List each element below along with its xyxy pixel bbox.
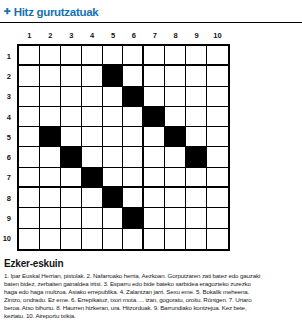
cell-r1c10[interactable] [207,46,228,66]
cell-r6c8[interactable] [165,147,186,167]
clue-line-2: baten bidez, zerbaiten gainaldea iritsi.… [4,280,298,288]
cell-r8c6[interactable] [123,188,144,208]
cell-r10c3[interactable] [61,229,82,249]
black-cell-r5c2 [40,127,61,147]
cell-r7c5[interactable] [103,168,124,188]
row-label-7: 7 [7,173,11,182]
cell-r10c6[interactable] [123,229,144,249]
clue-line-5: beroa. Atso bihurtu. 8. Haurren hizkeran… [4,304,298,312]
cell-r4c5[interactable] [103,107,124,127]
cell-r1c2[interactable] [40,46,61,66]
row-label-8: 8 [7,194,11,203]
cell-r3c2[interactable] [40,87,61,107]
cell-r3c1[interactable] [19,87,40,107]
cell-r6c2[interactable] [40,147,61,167]
cell-r4c8[interactable] [165,107,186,127]
cell-r4c10[interactable] [207,107,228,127]
cell-r8c9[interactable] [186,188,207,208]
cell-r8c2[interactable] [40,188,61,208]
cell-r5c7[interactable] [144,127,165,147]
cell-r2c4[interactable] [82,66,103,86]
cell-r4c1[interactable] [19,107,40,127]
black-cell-r2c5 [103,66,124,86]
puzzle-header: ✚ Hitz gurutzatuak [0,0,302,19]
row-label-3: 3 [7,92,11,101]
cell-r7c6[interactable] [123,168,144,188]
cell-r4c2[interactable] [40,107,61,127]
cell-r5c4[interactable] [82,127,103,147]
cell-r10c9[interactable] [186,229,207,249]
cell-r1c9[interactable] [186,46,207,66]
cell-r1c1[interactable] [19,46,40,66]
cell-r10c5[interactable] [103,229,124,249]
cell-r2c1[interactable] [19,66,40,86]
cell-r2c8[interactable] [165,66,186,86]
black-cell-r4c7 [144,107,165,127]
cell-r6c7[interactable] [144,147,165,167]
cell-r3c10[interactable] [207,87,228,107]
cell-r5c9[interactable] [186,127,207,147]
col-label-2: 2 [48,31,52,40]
col-labels: 12345678910 [17,23,302,44]
row-label-4: 4 [7,113,11,122]
col-label-5: 5 [111,31,115,40]
cell-r10c7[interactable] [144,229,165,249]
cell-r2c9[interactable] [186,66,207,86]
cell-r10c8[interactable] [165,229,186,249]
cell-r9c10[interactable] [207,208,228,228]
cell-r3c8[interactable] [165,87,186,107]
cell-r1c4[interactable] [82,46,103,66]
clue-line-6: keztatu. 10. Aireportu txikia. [4,312,298,320]
black-cell-r3c6 [123,87,144,107]
cell-r5c1[interactable] [19,127,40,147]
cell-r9c4[interactable] [82,208,103,228]
cell-r6c10[interactable] [207,147,228,167]
cell-r7c10[interactable] [207,168,228,188]
cell-r7c7[interactable] [144,168,165,188]
col-label-6: 6 [132,31,136,40]
puzzle-title: Hitz gurutzatuak [14,6,99,18]
cell-r6c4[interactable] [82,147,103,167]
cell-r6c6[interactable] [123,147,144,167]
cell-r3c5[interactable] [103,87,124,107]
cell-r9c1[interactable] [19,208,40,228]
col-label-1: 1 [27,31,31,40]
cell-r1c7[interactable] [144,46,165,66]
cell-r8c4[interactable] [82,188,103,208]
black-cell-r6c9 [186,147,207,167]
cell-r2c2[interactable] [40,66,61,86]
cell-r5c3[interactable] [61,127,82,147]
cell-r4c6[interactable] [123,107,144,127]
cell-r10c10[interactable] [207,229,228,249]
cell-r8c10[interactable] [207,188,228,208]
cell-r7c2[interactable] [40,168,61,188]
cell-r3c4[interactable] [82,87,103,107]
cell-r9c8[interactable] [165,208,186,228]
clues-section: Ezker-eskuin 1. Ipar Euskal Herrian, pis… [0,258,302,320]
clues-text: 1. Ipar Euskal Herrian, pistolak. 2. Naf… [4,272,298,320]
black-cell-r8c5 [103,188,124,208]
clue-line-1: 1. Ipar Euskal Herrian, pistolak. 2. Naf… [4,272,298,280]
cell-r9c5[interactable] [103,208,124,228]
row-label-6: 6 [7,153,11,162]
cell-r2c10[interactable] [207,66,228,86]
cell-r1c5[interactable] [103,46,124,66]
cell-r9c9[interactable] [186,208,207,228]
clues-heading: Ezker-eskuin [4,258,298,269]
row-label-5: 5 [7,133,11,142]
cell-r2c6[interactable] [123,66,144,86]
cell-r8c8[interactable] [165,188,186,208]
cell-r9c3[interactable] [61,208,82,228]
cell-r5c6[interactable] [123,127,144,147]
row-label-2: 2 [7,72,11,81]
cell-r2c3[interactable] [61,66,82,86]
row-label-9: 9 [7,214,11,223]
row-label-10: 10 [3,234,11,243]
col-label-4: 4 [90,31,94,40]
cell-r10c2[interactable] [40,229,61,249]
cell-r7c3[interactable] [61,168,82,188]
col-label-7: 7 [153,31,157,40]
cell-r3c3[interactable] [61,87,82,107]
cell-r9c7[interactable] [144,208,165,228]
cross-bullet-icon: ✚ [4,8,11,16]
crossword-board: 12345678910 12345678910 [0,23,302,251]
cell-r7c9[interactable] [186,168,207,188]
cell-r1c3[interactable] [61,46,82,66]
cell-r8c1[interactable] [19,188,40,208]
cell-r1c6[interactable] [123,46,144,66]
black-cell-r5c8 [165,127,186,147]
black-cell-r6c3 [61,147,82,167]
row-labels: 12345678910 [0,44,17,251]
black-cell-r7c4 [82,168,103,188]
cell-r2c7[interactable] [144,66,165,86]
cell-r10c1[interactable] [19,229,40,249]
cell-r10c4[interactable] [82,229,103,249]
cell-r9c2[interactable] [40,208,61,228]
crossword-grid [17,44,230,251]
cell-r7c1[interactable] [19,168,40,188]
col-label-8: 8 [174,31,178,40]
clue-line-3: haga edo haga multzoa. Asiako errepublik… [4,288,298,296]
cell-r8c3[interactable] [61,188,82,208]
cell-r4c3[interactable] [61,107,82,127]
col-label-9: 9 [194,31,198,40]
row-label-1: 1 [7,52,11,61]
cell-r6c1[interactable] [19,147,40,167]
cell-r4c4[interactable] [82,107,103,127]
cell-r6c5[interactable] [103,147,124,167]
black-cell-r9c6 [123,208,144,228]
cell-r4c9[interactable] [186,107,207,127]
clue-line-4: Zintzo, ondradu. Ez eme. 6. Errepikatuz,… [4,296,298,304]
cell-r7c8[interactable] [165,168,186,188]
cell-r8c7[interactable] [144,188,165,208]
cell-r3c7[interactable] [144,87,165,107]
col-label-3: 3 [69,31,73,40]
cell-r5c5[interactable] [103,127,124,147]
cell-r3c9[interactable] [186,87,207,107]
cell-r1c8[interactable] [165,46,186,66]
cell-r5c10[interactable] [207,127,228,147]
col-label-10: 10 [213,31,221,40]
